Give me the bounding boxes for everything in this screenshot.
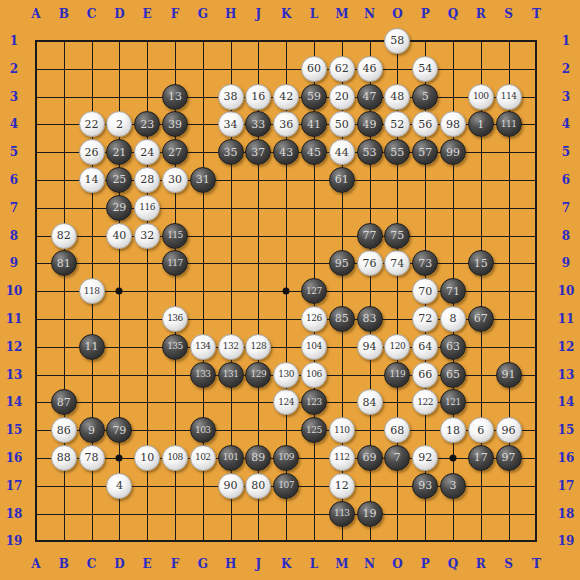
black-stone-p3-move-5: 5 — [412, 84, 438, 110]
black-stone-n4-move-49: 49 — [357, 111, 383, 137]
black-stone-l3-move-59: 59 — [301, 84, 327, 110]
column-label-bottom: R — [476, 557, 486, 571]
black-stone-p17-move-93: 93 — [412, 473, 438, 499]
white-stone-o4-move-52: 52 — [384, 111, 410, 137]
black-stone-k17-move-107: 107 — [273, 473, 299, 499]
black-stone-r11-move-67: 67 — [468, 306, 494, 332]
row-label-left: 9 — [10, 256, 18, 270]
go-kifu-viewer: AABBCCDDEEFFGGHHJJKKLLMMNNOOPPQQRRSSTT11… — [0, 0, 580, 580]
black-stone-s16-move-97: 97 — [496, 445, 522, 471]
column-label-bottom: Q — [448, 557, 458, 571]
white-stone-p2-move-54: 54 — [412, 56, 438, 82]
column-label-top: A — [31, 7, 40, 21]
black-stone-f9-move-117: 117 — [162, 250, 188, 276]
black-stone-f3-move-13: 13 — [162, 84, 188, 110]
white-stone-c5-move-26: 26 — [79, 139, 105, 165]
white-stone-o15-move-68: 68 — [384, 417, 410, 443]
column-label-top: B — [59, 7, 69, 21]
row-label-left: 4 — [10, 117, 18, 131]
white-stone-l2-move-60: 60 — [301, 56, 327, 82]
black-stone-m6-move-61: 61 — [329, 167, 355, 193]
row-label-right: 9 — [562, 256, 570, 270]
row-label-right: 3 — [562, 90, 570, 104]
column-label-bottom: P — [421, 557, 430, 571]
white-stone-c4-move-22: 22 — [79, 111, 105, 137]
white-stone-j12-move-128: 128 — [245, 334, 271, 360]
white-stone-o3-move-48: 48 — [384, 84, 410, 110]
row-label-right: 8 — [562, 229, 570, 243]
black-stone-g6-move-31: 31 — [190, 167, 216, 193]
column-label-top: L — [310, 7, 318, 21]
black-stone-q13-move-65: 65 — [440, 362, 466, 388]
black-stone-l15-move-125: 125 — [301, 417, 327, 443]
column-label-top: M — [335, 7, 348, 21]
black-stone-n5-move-53: 53 — [357, 139, 383, 165]
black-stone-b9-move-81: 81 — [51, 250, 77, 276]
column-label-top: S — [504, 7, 513, 21]
white-stone-c6-move-14: 14 — [79, 167, 105, 193]
column-label-bottom: J — [256, 557, 262, 571]
white-stone-m16-move-112: 112 — [329, 445, 355, 471]
black-stone-q5-move-99: 99 — [440, 139, 466, 165]
white-stone-n2-move-46: 46 — [357, 56, 383, 82]
black-stone-r4-move-1: 1 — [468, 111, 494, 137]
column-label-bottom: D — [114, 557, 124, 571]
column-label-top: O — [392, 7, 402, 21]
row-label-right: 2 — [562, 62, 570, 76]
black-stone-o16-move-7: 7 — [384, 445, 410, 471]
column-label-bottom: E — [143, 557, 152, 571]
white-stone-p14-move-122: 122 — [412, 389, 438, 415]
white-stone-h17-move-90: 90 — [218, 473, 244, 499]
row-label-right: 4 — [562, 117, 570, 131]
black-stone-l10-move-127: 127 — [301, 278, 327, 304]
white-stone-e16-move-10: 10 — [134, 445, 160, 471]
row-label-right: 14 — [558, 395, 575, 409]
column-label-bottom: N — [364, 557, 375, 571]
row-label-right: 16 — [558, 451, 575, 465]
row-label-left: 7 — [10, 201, 18, 215]
column-label-top: E — [143, 7, 152, 21]
black-stone-q17-move-3: 3 — [440, 473, 466, 499]
black-stone-g13-move-133: 133 — [190, 362, 216, 388]
black-stone-g15-move-103: 103 — [190, 417, 216, 443]
black-stone-n16-move-69: 69 — [357, 445, 383, 471]
row-label-right: 17 — [558, 479, 575, 493]
row-label-right: 1 — [562, 34, 570, 48]
white-stone-p16-move-92: 92 — [412, 445, 438, 471]
row-label-right: 6 — [562, 173, 570, 187]
black-stone-c15-move-9: 9 — [79, 417, 105, 443]
white-stone-o12-move-120: 120 — [384, 334, 410, 360]
row-label-left: 14 — [6, 395, 23, 409]
white-stone-m17-move-12: 12 — [329, 473, 355, 499]
row-label-right: 18 — [558, 507, 575, 521]
black-stone-c12-move-11: 11 — [79, 334, 105, 360]
black-stone-d7-move-29: 29 — [106, 195, 132, 221]
black-stone-o8-move-75: 75 — [384, 223, 410, 249]
white-stone-p13-move-66: 66 — [412, 362, 438, 388]
white-stone-b16-move-88: 88 — [51, 445, 77, 471]
white-stone-m2-move-62: 62 — [329, 56, 355, 82]
black-stone-d5-move-21: 21 — [106, 139, 132, 165]
row-label-right: 19 — [558, 534, 575, 548]
white-stone-k4-move-36: 36 — [273, 111, 299, 137]
black-stone-m11-move-85: 85 — [329, 306, 355, 332]
white-stone-e7-move-116: 116 — [134, 195, 160, 221]
white-stone-r3-move-100: 100 — [468, 84, 494, 110]
row-label-right: 13 — [558, 368, 575, 382]
black-stone-f12-move-135: 135 — [162, 334, 188, 360]
column-label-top: R — [476, 7, 486, 21]
white-stone-e8-move-32: 32 — [134, 223, 160, 249]
white-stone-n14-move-84: 84 — [357, 389, 383, 415]
column-label-bottom: H — [225, 557, 236, 571]
white-stone-l12-move-104: 104 — [301, 334, 327, 360]
row-label-left: 17 — [6, 479, 23, 493]
black-stone-j13-move-129: 129 — [245, 362, 271, 388]
row-label-left: 1 — [10, 34, 18, 48]
black-stone-h5-move-35: 35 — [218, 139, 244, 165]
row-label-right: 10 — [558, 284, 575, 298]
row-label-left: 11 — [6, 312, 23, 326]
white-stone-j3-move-16: 16 — [245, 84, 271, 110]
row-label-left: 15 — [6, 423, 23, 437]
column-label-top: P — [421, 7, 430, 21]
white-stone-n12-move-94: 94 — [357, 334, 383, 360]
column-label-top: N — [364, 7, 375, 21]
white-stone-c10-move-118: 118 — [79, 278, 105, 304]
white-stone-l13-move-106: 106 — [301, 362, 327, 388]
black-stone-n3-move-47: 47 — [357, 84, 383, 110]
black-stone-l5-move-45: 45 — [301, 139, 327, 165]
white-stone-c16-move-78: 78 — [79, 445, 105, 471]
black-stone-d6-move-25: 25 — [106, 167, 132, 193]
white-stone-k13-move-130: 130 — [273, 362, 299, 388]
white-stone-r15-move-6: 6 — [468, 417, 494, 443]
white-stone-g16-move-102: 102 — [190, 445, 216, 471]
black-stone-s4-move-111: 111 — [496, 111, 522, 137]
row-label-left: 2 — [10, 62, 18, 76]
column-label-bottom: O — [392, 557, 402, 571]
black-stone-n18-move-19: 19 — [357, 501, 383, 527]
white-stone-p10-move-70: 70 — [412, 278, 438, 304]
white-stone-q4-move-98: 98 — [440, 111, 466, 137]
black-stone-p5-move-57: 57 — [412, 139, 438, 165]
row-label-left: 18 — [6, 507, 23, 521]
white-stone-m5-move-44: 44 — [329, 139, 355, 165]
column-label-top: T — [532, 7, 541, 21]
black-stone-f8-move-115: 115 — [162, 223, 188, 249]
column-label-top: F — [171, 7, 180, 21]
column-label-bottom: F — [171, 557, 180, 571]
black-stone-p9-move-73: 73 — [412, 250, 438, 276]
column-label-top: H — [225, 7, 236, 21]
white-stone-k3-move-42: 42 — [273, 84, 299, 110]
black-stone-r16-move-17: 17 — [468, 445, 494, 471]
row-label-left: 10 — [6, 284, 23, 298]
black-stone-k16-move-109: 109 — [273, 445, 299, 471]
black-stone-j4-move-33: 33 — [245, 111, 271, 137]
row-label-right: 15 — [558, 423, 575, 437]
white-stone-j17-move-80: 80 — [245, 473, 271, 499]
row-label-left: 8 — [10, 229, 18, 243]
column-label-bottom: T — [532, 557, 541, 571]
white-stone-s3-move-114: 114 — [496, 84, 522, 110]
white-stone-b15-move-86: 86 — [51, 417, 77, 443]
white-stone-f16-move-108: 108 — [162, 445, 188, 471]
black-stone-o5-move-55: 55 — [384, 139, 410, 165]
white-stone-m4-move-50: 50 — [329, 111, 355, 137]
black-stone-m9-move-95: 95 — [329, 250, 355, 276]
black-stone-j5-move-37: 37 — [245, 139, 271, 165]
row-label-left: 5 — [10, 145, 18, 159]
row-label-left: 19 — [6, 534, 23, 548]
column-label-bottom: G — [198, 557, 208, 571]
black-stone-s13-move-91: 91 — [496, 362, 522, 388]
black-stone-d15-move-79: 79 — [106, 417, 132, 443]
white-stone-p4-move-56: 56 — [412, 111, 438, 137]
column-label-bottom: S — [504, 557, 513, 571]
column-label-bottom: A — [31, 557, 40, 571]
row-label-left: 12 — [6, 340, 23, 354]
row-label-right: 5 — [562, 145, 570, 159]
row-label-right: 12 — [558, 340, 575, 354]
white-stone-f11-move-136: 136 — [162, 306, 188, 332]
white-stone-e6-move-28: 28 — [134, 167, 160, 193]
white-stone-b8-move-82: 82 — [51, 223, 77, 249]
black-stone-h16-move-101: 101 — [218, 445, 244, 471]
black-stone-b14-move-87: 87 — [51, 389, 77, 415]
white-stone-m15-move-110: 110 — [329, 417, 355, 443]
white-stone-h3-move-38: 38 — [218, 84, 244, 110]
black-stone-r9-move-15: 15 — [468, 250, 494, 276]
white-stone-s15-move-96: 96 — [496, 417, 522, 443]
white-stone-e5-move-24: 24 — [134, 139, 160, 165]
white-stone-d4-move-2: 2 — [106, 111, 132, 137]
white-stone-p12-move-64: 64 — [412, 334, 438, 360]
column-label-bottom: M — [335, 557, 348, 571]
white-stone-o1-move-58: 58 — [384, 28, 410, 54]
white-stone-k14-move-124: 124 — [273, 389, 299, 415]
column-label-top: G — [198, 7, 208, 21]
black-stone-o13-move-119: 119 — [384, 362, 410, 388]
go-board[interactable]: 1234567891011121314151617181920212223242… — [22, 27, 550, 555]
row-label-left: 6 — [10, 173, 18, 187]
row-label-right: 7 — [562, 201, 570, 215]
column-label-top: C — [87, 7, 97, 21]
column-label-bottom: B — [59, 557, 69, 571]
black-stone-q14-move-121: 121 — [440, 389, 466, 415]
column-label-top: D — [114, 7, 124, 21]
row-label-left: 16 — [6, 451, 23, 465]
column-label-top: J — [256, 7, 262, 21]
white-stone-d8-move-40: 40 — [106, 223, 132, 249]
black-stone-q12-move-63: 63 — [440, 334, 466, 360]
black-stone-q10-move-71: 71 — [440, 278, 466, 304]
white-stone-p11-move-72: 72 — [412, 306, 438, 332]
white-stone-n9-move-76: 76 — [357, 250, 383, 276]
white-stone-o9-move-74: 74 — [384, 250, 410, 276]
column-label-bottom: C — [87, 557, 97, 571]
black-stone-m18-move-113: 113 — [329, 501, 355, 527]
column-label-bottom: K — [281, 557, 291, 571]
black-stone-n8-move-77: 77 — [357, 223, 383, 249]
black-stone-l4-move-41: 41 — [301, 111, 327, 137]
black-stone-e4-move-23: 23 — [134, 111, 160, 137]
white-stone-q11-move-8: 8 — [440, 306, 466, 332]
column-label-top: K — [281, 7, 291, 21]
column-label-top: Q — [448, 7, 458, 21]
black-stone-j16-move-89: 89 — [245, 445, 271, 471]
white-stone-m3-move-20: 20 — [329, 84, 355, 110]
row-label-left: 13 — [6, 368, 23, 382]
white-stone-d17-move-4: 4 — [106, 473, 132, 499]
black-stone-l14-move-123: 123 — [301, 389, 327, 415]
row-label-left: 3 — [10, 90, 18, 104]
white-stone-h12-move-132: 132 — [218, 334, 244, 360]
black-stone-n11-move-83: 83 — [357, 306, 383, 332]
white-stone-l11-move-126: 126 — [301, 306, 327, 332]
row-label-right: 11 — [558, 312, 575, 326]
white-stone-f6-move-30: 30 — [162, 167, 188, 193]
black-stone-h13-move-131: 131 — [218, 362, 244, 388]
black-stone-f4-move-39: 39 — [162, 111, 188, 137]
white-stone-h4-move-34: 34 — [218, 111, 244, 137]
column-label-bottom: L — [310, 557, 318, 571]
white-stone-q15-move-18: 18 — [440, 417, 466, 443]
black-stone-f5-move-27: 27 — [162, 139, 188, 165]
black-stone-k5-move-43: 43 — [273, 139, 299, 165]
white-stone-g12-move-134: 134 — [190, 334, 216, 360]
